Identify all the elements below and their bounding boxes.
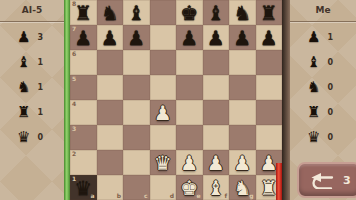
undo-arrow-icon (308, 172, 334, 189)
square-f1[interactable]: f♝ (203, 175, 230, 200)
me-captured-row-bishop: ♝0 (290, 50, 356, 75)
square-h3[interactable] (256, 125, 283, 150)
square-d4[interactable]: ♟ (150, 100, 177, 125)
square-a7[interactable]: 7♟ (70, 25, 97, 50)
me-captured-queen-count: 0 (327, 133, 333, 142)
square-h5[interactable] (256, 75, 283, 100)
black-queen[interactable]: ♛ (70, 177, 97, 197)
pawn-icon: ♟ (307, 30, 320, 45)
square-c4[interactable] (123, 100, 150, 125)
square-c2[interactable] (123, 150, 150, 175)
black-pawn[interactable]: ♟ (176, 27, 203, 47)
me-captured-rook-count: 0 (327, 108, 333, 117)
square-a2[interactable]: 2 (70, 150, 97, 175)
white-king[interactable]: ♚ (176, 177, 203, 197)
square-d2[interactable]: ♛ (150, 150, 177, 175)
square-c5[interactable] (123, 75, 150, 100)
ai-captured-list: ♟3♝1♞1♜1♛0 (0, 22, 64, 150)
me-captured-row-pawn: ♟1 (290, 25, 356, 50)
square-b2[interactable] (97, 150, 124, 175)
square-f7[interactable]: ♟ (203, 25, 230, 50)
pawn-icon: ♟ (17, 30, 30, 45)
me-captured-knight-count: 0 (327, 83, 333, 92)
black-pawn[interactable]: ♟ (70, 27, 97, 47)
square-g4[interactable] (229, 100, 256, 125)
undo-button[interactable]: 3 (297, 162, 356, 198)
black-king[interactable]: ♚ (176, 2, 203, 22)
me-captured-row-rook: ♜0 (290, 100, 356, 125)
rank-label-2: 2 (72, 151, 76, 157)
white-queen[interactable]: ♛ (150, 152, 177, 172)
square-a4[interactable]: 4 (70, 100, 97, 125)
square-c8[interactable]: ♝ (123, 0, 150, 25)
square-e6[interactable] (176, 50, 203, 75)
square-c3[interactable] (123, 125, 150, 150)
square-a3[interactable]: 3 (70, 125, 97, 150)
square-f5[interactable] (203, 75, 230, 100)
square-a5[interactable]: 5 (70, 75, 97, 100)
ai-captured-pawn-count: 3 (37, 33, 43, 42)
me-captured-bishop-count: 0 (327, 58, 333, 67)
square-e1[interactable]: e♚ (176, 175, 203, 200)
square-b1[interactable]: b (97, 175, 124, 200)
square-d1[interactable]: d (150, 175, 177, 200)
black-pawn[interactable]: ♟ (203, 27, 230, 47)
square-b3[interactable] (97, 125, 124, 150)
square-g6[interactable] (229, 50, 256, 75)
black-rook[interactable]: ♜ (256, 2, 283, 22)
square-g8[interactable]: ♞ (229, 0, 256, 25)
file-label-b: b (117, 193, 121, 199)
square-b6[interactable] (97, 50, 124, 75)
ai-captured-knight-count: 1 (37, 83, 43, 92)
ai-player-name: AI-5 (0, 0, 64, 22)
white-pawn[interactable]: ♟ (203, 152, 230, 172)
black-pawn[interactable]: ♟ (97, 27, 124, 47)
rank-label-3: 3 (72, 126, 76, 132)
square-h7[interactable]: ♟ (256, 25, 283, 50)
me-captured-row-queen: ♛0 (290, 125, 356, 150)
square-d6[interactable] (150, 50, 177, 75)
rank-label-6: 6 (72, 51, 76, 57)
white-pawn[interactable]: ♟ (229, 152, 256, 172)
black-knight[interactable]: ♞ (97, 2, 124, 22)
black-bishop[interactable]: ♝ (123, 2, 150, 22)
square-c6[interactable] (123, 50, 150, 75)
ai-captured-row-rook: ♜1 (0, 100, 64, 125)
queen-icon: ♛ (307, 130, 320, 145)
square-c7[interactable]: ♟ (123, 25, 150, 50)
white-knight[interactable]: ♞ (229, 177, 256, 197)
square-f8[interactable]: ♝ (203, 0, 230, 25)
square-d5[interactable] (150, 75, 177, 100)
me-captured-pawn-count: 1 (327, 33, 333, 42)
square-f6[interactable] (203, 50, 230, 75)
square-e3[interactable] (176, 125, 203, 150)
square-e5[interactable] (176, 75, 203, 100)
square-e2[interactable]: ♟ (176, 150, 203, 175)
square-g1[interactable]: g♞ (229, 175, 256, 200)
black-pawn[interactable]: ♟ (229, 27, 256, 47)
rook-icon: ♜ (17, 105, 30, 120)
square-g5[interactable] (229, 75, 256, 100)
square-a6[interactable]: 6 (70, 50, 97, 75)
square-c1[interactable]: c (123, 175, 150, 200)
ai-captured-bishop-count: 1 (37, 58, 43, 67)
square-a1[interactable]: 1a♛ (70, 175, 97, 200)
square-d8[interactable] (150, 0, 177, 25)
ai-captured-row-knight: ♞1 (0, 75, 64, 100)
ai-captured-row-bishop: ♝1 (0, 50, 64, 75)
square-b8[interactable]: ♞ (97, 0, 124, 25)
square-f3[interactable] (203, 125, 230, 150)
black-knight[interactable]: ♞ (229, 2, 256, 22)
bishop-icon: ♝ (307, 55, 320, 70)
bishop-icon: ♝ (17, 55, 30, 70)
square-d7[interactable] (150, 25, 177, 50)
me-captured-row-knight: ♞0 (290, 75, 356, 100)
black-pawn[interactable]: ♟ (123, 27, 150, 47)
queen-icon: ♛ (17, 130, 30, 145)
square-b7[interactable]: ♟ (97, 25, 124, 50)
square-a8[interactable]: 8♜ (70, 0, 97, 25)
square-g2[interactable]: ♟ (229, 150, 256, 175)
ai-captured-row-queen: ♛0 (0, 125, 64, 150)
knight-icon: ♞ (307, 80, 320, 95)
white-pawn[interactable]: ♟ (150, 102, 177, 122)
square-f4[interactable] (203, 100, 230, 125)
square-h4[interactable] (256, 100, 283, 125)
rook-icon: ♜ (307, 105, 320, 120)
white-bishop[interactable]: ♝ (203, 177, 230, 197)
ai-captured-panel: AI-5 ♟3♝1♞1♜1♛0 (0, 0, 64, 200)
square-d3[interactable] (150, 125, 177, 150)
square-f2[interactable]: ♟ (203, 150, 230, 175)
chess-app: AI-5 ♟3♝1♞1♜1♛0 8♜♞♝♚♝♞♜7♟♟♟♟♟♟♟654♟32♛♟… (0, 0, 356, 200)
rank-label-5: 5 (72, 76, 76, 82)
board-edge-strip (282, 0, 290, 200)
file-label-d: d (170, 193, 174, 199)
chess-board: 8♜♞♝♚♝♞♜7♟♟♟♟♟♟♟654♟32♛♟♟♟♟1a♛bcde♚f♝g♞h… (70, 0, 282, 200)
me-captured-list: ♟1♝0♞0♜0♛0 (290, 22, 356, 150)
black-pawn[interactable]: ♟ (256, 27, 283, 47)
me-player-name: Me (290, 0, 356, 22)
white-pawn[interactable]: ♟ (176, 152, 203, 172)
ai-captured-rook-count: 1 (37, 108, 43, 117)
square-e7[interactable]: ♟ (176, 25, 203, 50)
square-g7[interactable]: ♟ (229, 25, 256, 50)
ai-captured-row-pawn: ♟3 (0, 25, 64, 50)
file-label-c: c (144, 193, 148, 199)
black-bishop[interactable]: ♝ (203, 2, 230, 22)
square-b4[interactable] (97, 100, 124, 125)
rank-label-4: 4 (72, 101, 76, 107)
black-rook[interactable]: ♜ (70, 2, 97, 22)
square-e8[interactable]: ♚ (176, 0, 203, 25)
knight-icon: ♞ (17, 80, 30, 95)
undo-count: 3 (343, 174, 351, 187)
ai-captured-queen-count: 0 (37, 133, 43, 142)
square-h8[interactable]: ♜ (256, 0, 283, 25)
square-e4[interactable] (176, 100, 203, 125)
square-h6[interactable] (256, 50, 283, 75)
square-g3[interactable] (229, 125, 256, 150)
square-b5[interactable] (97, 75, 124, 100)
